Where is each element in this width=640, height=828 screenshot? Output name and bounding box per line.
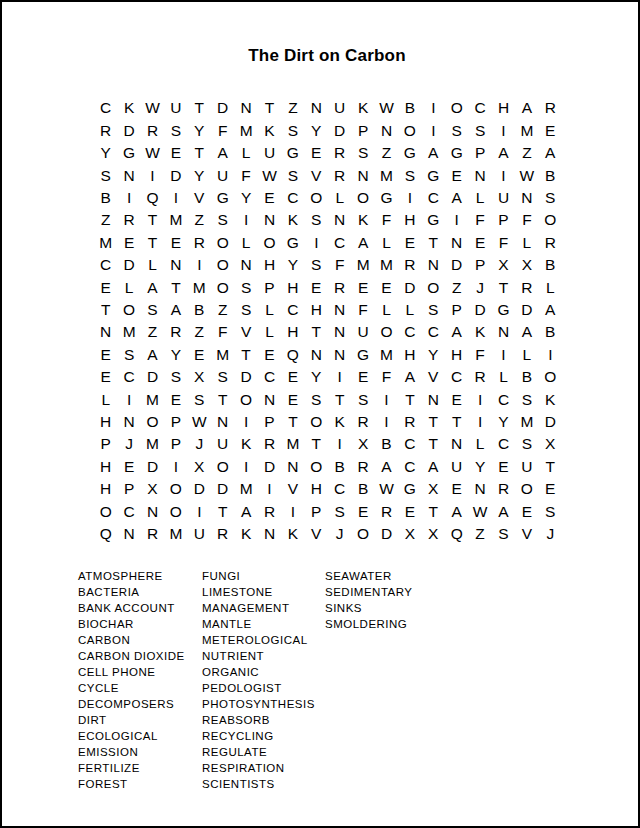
grid-cell-r3c8[interactable]: U xyxy=(258,142,281,164)
grid-cell-r14c3[interactable]: M xyxy=(141,388,164,410)
grid-cell-r19c3[interactable]: N xyxy=(141,500,164,522)
grid-cell-r11c17[interactable]: K xyxy=(468,321,491,343)
grid-cell-r8c1[interactable]: C xyxy=(94,254,117,276)
grid-cell-r9c18[interactable]: T xyxy=(492,276,515,298)
grid-cell-r10c5[interactable]: B xyxy=(188,299,211,321)
grid-cell-r7c14[interactable]: E xyxy=(398,231,421,253)
grid-cell-r14c10[interactable]: S xyxy=(305,388,328,410)
grid-cell-r4c2[interactable]: N xyxy=(117,164,140,186)
grid-cell-r1c4[interactable]: U xyxy=(164,97,187,119)
grid-cell-r20c19[interactable]: V xyxy=(515,523,538,545)
grid-cell-r17c5[interactable]: X xyxy=(188,455,211,477)
grid-cell-r9c10[interactable]: E xyxy=(305,276,328,298)
grid-cell-r17c18[interactable]: E xyxy=(492,455,515,477)
grid-cell-r10c19[interactable]: D xyxy=(515,299,538,321)
grid-cell-r2c11[interactable]: D xyxy=(328,119,351,141)
grid-cell-r11c13[interactable]: O xyxy=(375,321,398,343)
grid-cell-r5c8[interactable]: E xyxy=(258,187,281,209)
grid-cell-r13c8[interactable]: C xyxy=(258,366,281,388)
grid-cell-r18c1[interactable]: H xyxy=(94,478,117,500)
grid-cell-r3c5[interactable]: T xyxy=(188,142,211,164)
grid-cell-r6c2[interactable]: R xyxy=(117,209,140,231)
grid-cell-r9c5[interactable]: M xyxy=(188,276,211,298)
grid-cell-r12c1[interactable]: E xyxy=(94,343,117,365)
grid-cell-r6c14[interactable]: H xyxy=(398,209,421,231)
grid-cell-r11c14[interactable]: C xyxy=(398,321,421,343)
grid-cell-r10c14[interactable]: L xyxy=(398,299,421,321)
grid-cell-r5c20[interactable]: S xyxy=(539,187,562,209)
grid-cell-r16c19[interactable]: S xyxy=(515,433,538,455)
grid-cell-r10c9[interactable]: C xyxy=(281,299,304,321)
grid-cell-r17c13[interactable]: A xyxy=(375,455,398,477)
grid-cell-r5c19[interactable]: N xyxy=(515,187,538,209)
grid-cell-r3c6[interactable]: A xyxy=(211,142,234,164)
grid-cell-r16c7[interactable]: K xyxy=(234,433,257,455)
grid-cell-r14c17[interactable]: I xyxy=(468,388,491,410)
grid-cell-r19c15[interactable]: T xyxy=(422,500,445,522)
grid-cell-r12c19[interactable]: L xyxy=(515,343,538,365)
grid-cell-r4c5[interactable]: Y xyxy=(188,164,211,186)
grid-cell-r15c3[interactable]: O xyxy=(141,411,164,433)
grid-cell-r8c19[interactable]: X xyxy=(515,254,538,276)
grid-cell-r15c20[interactable]: D xyxy=(539,411,562,433)
grid-cell-r17c4[interactable]: I xyxy=(164,455,187,477)
grid-cell-r19c17[interactable]: W xyxy=(468,500,491,522)
grid-cell-r20c11[interactable]: J xyxy=(328,523,351,545)
grid-cell-r8c14[interactable]: R xyxy=(398,254,421,276)
grid-cell-r15c7[interactable]: I xyxy=(234,411,257,433)
grid-cell-r11c8[interactable]: L xyxy=(258,321,281,343)
grid-cell-r3c19[interactable]: Z xyxy=(515,142,538,164)
grid-cell-r17c3[interactable]: D xyxy=(141,455,164,477)
grid-cell-r6c17[interactable]: F xyxy=(468,209,491,231)
grid-cell-r2c18[interactable]: I xyxy=(492,119,515,141)
grid-cell-r11c15[interactable]: C xyxy=(422,321,445,343)
grid-cell-r14c5[interactable]: S xyxy=(188,388,211,410)
grid-cell-r16c10[interactable]: T xyxy=(305,433,328,455)
grid-cell-r10c11[interactable]: N xyxy=(328,299,351,321)
grid-cell-r6c15[interactable]: G xyxy=(422,209,445,231)
grid-cell-r19c20[interactable]: S xyxy=(539,500,562,522)
grid-cell-r8c9[interactable]: Y xyxy=(281,254,304,276)
grid-cell-r2c9[interactable]: S xyxy=(281,119,304,141)
grid-cell-r6c20[interactable]: O xyxy=(539,209,562,231)
grid-cell-r19c2[interactable]: C xyxy=(117,500,140,522)
grid-cell-r5c1[interactable]: B xyxy=(94,187,117,209)
grid-cell-r12c9[interactable]: Q xyxy=(281,343,304,365)
grid-cell-r18c19[interactable]: O xyxy=(515,478,538,500)
grid-cell-r7c16[interactable]: N xyxy=(445,231,468,253)
grid-cell-r14c20[interactable]: K xyxy=(539,388,562,410)
grid-cell-r6c13[interactable]: F xyxy=(375,209,398,231)
grid-cell-r19c14[interactable]: E xyxy=(398,500,421,522)
grid-cell-r7c20[interactable]: R xyxy=(539,231,562,253)
grid-cell-r13c2[interactable]: C xyxy=(117,366,140,388)
grid-cell-r6c5[interactable]: Z xyxy=(188,209,211,231)
grid-cell-r13c3[interactable]: D xyxy=(141,366,164,388)
grid-cell-r18c16[interactable]: E xyxy=(445,478,468,500)
grid-cell-r8c16[interactable]: D xyxy=(445,254,468,276)
grid-cell-r1c11[interactable]: U xyxy=(328,97,351,119)
grid-cell-r15c18[interactable]: Y xyxy=(492,411,515,433)
grid-cell-r6c12[interactable]: K xyxy=(351,209,374,231)
grid-cell-r13c1[interactable]: E xyxy=(94,366,117,388)
grid-cell-r1c8[interactable]: T xyxy=(258,97,281,119)
grid-cell-r7c10[interactable]: I xyxy=(305,231,328,253)
grid-cell-r1c12[interactable]: K xyxy=(351,97,374,119)
grid-cell-r5c15[interactable]: C xyxy=(422,187,445,209)
grid-cell-r6c7[interactable]: I xyxy=(234,209,257,231)
grid-cell-r15c4[interactable]: P xyxy=(164,411,187,433)
grid-cell-r6c8[interactable]: N xyxy=(258,209,281,231)
grid-cell-r12c5[interactable]: E xyxy=(188,343,211,365)
grid-cell-r1c15[interactable]: I xyxy=(422,97,445,119)
grid-cell-r13c18[interactable]: L xyxy=(492,366,515,388)
grid-cell-r17c8[interactable]: D xyxy=(258,455,281,477)
grid-cell-r15c9[interactable]: T xyxy=(281,411,304,433)
grid-cell-r10c2[interactable]: O xyxy=(117,299,140,321)
grid-cell-r4c6[interactable]: U xyxy=(211,164,234,186)
grid-cell-r20c15[interactable]: X xyxy=(422,523,445,545)
grid-cell-r11c5[interactable]: Z xyxy=(188,321,211,343)
grid-cell-r6c3[interactable]: T xyxy=(141,209,164,231)
grid-cell-r1c18[interactable]: H xyxy=(492,97,515,119)
grid-cell-r19c19[interactable]: E xyxy=(515,500,538,522)
grid-cell-r10c1[interactable]: T xyxy=(94,299,117,321)
grid-cell-r6c19[interactable]: F xyxy=(515,209,538,231)
grid-cell-r20c4[interactable]: M xyxy=(164,523,187,545)
grid-cell-r17c10[interactable]: O xyxy=(305,455,328,477)
grid-cell-r15c5[interactable]: W xyxy=(188,411,211,433)
grid-cell-r12c10[interactable]: N xyxy=(305,343,328,365)
grid-cell-r8c12[interactable]: M xyxy=(351,254,374,276)
grid-cell-r9c17[interactable]: J xyxy=(468,276,491,298)
grid-cell-r6c9[interactable]: K xyxy=(281,209,304,231)
grid-cell-r9c15[interactable]: O xyxy=(422,276,445,298)
grid-cell-r8c15[interactable]: N xyxy=(422,254,445,276)
grid-cell-r9c14[interactable]: D xyxy=(398,276,421,298)
grid-cell-r15c12[interactable]: R xyxy=(351,411,374,433)
grid-cell-r14c13[interactable]: I xyxy=(375,388,398,410)
grid-cell-r15c6[interactable]: N xyxy=(211,411,234,433)
grid-cell-r5c7[interactable]: Y xyxy=(234,187,257,209)
grid-cell-r2c3[interactable]: R xyxy=(141,119,164,141)
grid-cell-r6c6[interactable]: S xyxy=(211,209,234,231)
grid-cell-r15c2[interactable]: N xyxy=(117,411,140,433)
grid-cell-r6c10[interactable]: S xyxy=(305,209,328,231)
grid-cell-r11c6[interactable]: F xyxy=(211,321,234,343)
grid-cell-r14c1[interactable]: L xyxy=(94,388,117,410)
grid-cell-r7c2[interactable]: E xyxy=(117,231,140,253)
grid-cell-r16c14[interactable]: C xyxy=(398,433,421,455)
grid-cell-r20c6[interactable]: R xyxy=(211,523,234,545)
grid-cell-r9c6[interactable]: O xyxy=(211,276,234,298)
grid-cell-r10c6[interactable]: Z xyxy=(211,299,234,321)
grid-cell-r6c1[interactable]: Z xyxy=(94,209,117,231)
grid-cell-r3c14[interactable]: G xyxy=(398,142,421,164)
grid-cell-r2c15[interactable]: I xyxy=(422,119,445,141)
grid-cell-r10c4[interactable]: A xyxy=(164,299,187,321)
grid-cell-r12c7[interactable]: T xyxy=(234,343,257,365)
grid-cell-r16c6[interactable]: U xyxy=(211,433,234,455)
grid-cell-r14c12[interactable]: S xyxy=(351,388,374,410)
grid-cell-r19c13[interactable]: R xyxy=(375,500,398,522)
grid-cell-r11c9[interactable]: H xyxy=(281,321,304,343)
grid-cell-r5c13[interactable]: G xyxy=(375,187,398,209)
grid-cell-r1c5[interactable]: T xyxy=(188,97,211,119)
grid-cell-r9c20[interactable]: L xyxy=(539,276,562,298)
grid-cell-r16c8[interactable]: R xyxy=(258,433,281,455)
grid-cell-r3c15[interactable]: A xyxy=(422,142,445,164)
grid-cell-r3c12[interactable]: S xyxy=(351,142,374,164)
grid-cell-r8c8[interactable]: H xyxy=(258,254,281,276)
grid-cell-r14c8[interactable]: N xyxy=(258,388,281,410)
grid-cell-r18c3[interactable]: X xyxy=(141,478,164,500)
grid-cell-r15c14[interactable]: R xyxy=(398,411,421,433)
grid-cell-r5c16[interactable]: A xyxy=(445,187,468,209)
grid-cell-r7c12[interactable]: A xyxy=(351,231,374,253)
grid-cell-r7c8[interactable]: O xyxy=(258,231,281,253)
grid-cell-r7c17[interactable]: E xyxy=(468,231,491,253)
grid-cell-r7c11[interactable]: C xyxy=(328,231,351,253)
grid-cell-r20c18[interactable]: S xyxy=(492,523,515,545)
grid-cell-r4c4[interactable]: D xyxy=(164,164,187,186)
grid-cell-r19c7[interactable]: A xyxy=(234,500,257,522)
grid-cell-r11c1[interactable]: N xyxy=(94,321,117,343)
grid-cell-r5c9[interactable]: C xyxy=(281,187,304,209)
grid-cell-r16c13[interactable]: B xyxy=(375,433,398,455)
grid-cell-r7c9[interactable]: G xyxy=(281,231,304,253)
grid-cell-r16c16[interactable]: N xyxy=(445,433,468,455)
grid-cell-r19c16[interactable]: A xyxy=(445,500,468,522)
grid-cell-r17c14[interactable]: C xyxy=(398,455,421,477)
grid-cell-r13c9[interactable]: E xyxy=(281,366,304,388)
grid-cell-r9c13[interactable]: E xyxy=(375,276,398,298)
grid-cell-r15c1[interactable]: H xyxy=(94,411,117,433)
grid-cell-r11c18[interactable]: N xyxy=(492,321,515,343)
grid-cell-r9c19[interactable]: R xyxy=(515,276,538,298)
grid-cell-r7c7[interactable]: L xyxy=(234,231,257,253)
grid-cell-r9c7[interactable]: S xyxy=(234,276,257,298)
grid-cell-r15c17[interactable]: I xyxy=(468,411,491,433)
grid-cell-r12c6[interactable]: M xyxy=(211,343,234,365)
grid-cell-r3c7[interactable]: L xyxy=(234,142,257,164)
grid-cell-r18c14[interactable]: G xyxy=(398,478,421,500)
grid-cell-r12c20[interactable]: I xyxy=(539,343,562,365)
grid-cell-r10c18[interactable]: G xyxy=(492,299,515,321)
grid-cell-r7c13[interactable]: L xyxy=(375,231,398,253)
grid-cell-r9c8[interactable]: P xyxy=(258,276,281,298)
grid-cell-r13c13[interactable]: F xyxy=(375,366,398,388)
grid-cell-r18c12[interactable]: B xyxy=(351,478,374,500)
grid-cell-r10c13[interactable]: L xyxy=(375,299,398,321)
grid-cell-r12c17[interactable]: F xyxy=(468,343,491,365)
grid-cell-r18c20[interactable]: E xyxy=(539,478,562,500)
grid-cell-r12c14[interactable]: H xyxy=(398,343,421,365)
grid-cell-r15c10[interactable]: O xyxy=(305,411,328,433)
grid-cell-r1c14[interactable]: B xyxy=(398,97,421,119)
grid-cell-r4c8[interactable]: W xyxy=(258,164,281,186)
grid-cell-r14c14[interactable]: T xyxy=(398,388,421,410)
grid-cell-r4c15[interactable]: G xyxy=(422,164,445,186)
grid-cell-r18c10[interactable]: H xyxy=(305,478,328,500)
grid-cell-r19c18[interactable]: A xyxy=(492,500,515,522)
grid-cell-r20c2[interactable]: N xyxy=(117,523,140,545)
grid-cell-r13c6[interactable]: S xyxy=(211,366,234,388)
grid-cell-r5c10[interactable]: O xyxy=(305,187,328,209)
grid-cell-r15c15[interactable]: T xyxy=(422,411,445,433)
grid-cell-r3c18[interactable]: A xyxy=(492,142,515,164)
grid-cell-r8c17[interactable]: P xyxy=(468,254,491,276)
grid-cell-r10c12[interactable]: F xyxy=(351,299,374,321)
grid-cell-r6c11[interactable]: N xyxy=(328,209,351,231)
grid-cell-r7c3[interactable]: T xyxy=(141,231,164,253)
grid-cell-r19c10[interactable]: P xyxy=(305,500,328,522)
grid-cell-r17c12[interactable]: R xyxy=(351,455,374,477)
grid-cell-r3c9[interactable]: G xyxy=(281,142,304,164)
grid-cell-r19c8[interactable]: R xyxy=(258,500,281,522)
grid-cell-r16c2[interactable]: J xyxy=(117,433,140,455)
grid-cell-r1c20[interactable]: R xyxy=(539,97,562,119)
grid-cell-r20c17[interactable]: Z xyxy=(468,523,491,545)
grid-cell-r12c13[interactable]: M xyxy=(375,343,398,365)
grid-cell-r20c3[interactable]: R xyxy=(141,523,164,545)
grid-cell-r13c4[interactable]: S xyxy=(164,366,187,388)
grid-cell-r9c1[interactable]: E xyxy=(94,276,117,298)
grid-cell-r20c14[interactable]: X xyxy=(398,523,421,545)
grid-cell-r19c6[interactable]: T xyxy=(211,500,234,522)
grid-cell-r13c5[interactable]: X xyxy=(188,366,211,388)
grid-cell-r5c4[interactable]: I xyxy=(164,187,187,209)
grid-cell-r1c3[interactable]: W xyxy=(141,97,164,119)
grid-cell-r14c2[interactable]: I xyxy=(117,388,140,410)
grid-cell-r7c5[interactable]: R xyxy=(188,231,211,253)
grid-cell-r5c6[interactable]: G xyxy=(211,187,234,209)
grid-cell-r18c9[interactable]: V xyxy=(281,478,304,500)
grid-cell-r2c2[interactable]: D xyxy=(117,119,140,141)
grid-cell-r4c9[interactable]: S xyxy=(281,164,304,186)
grid-cell-r1c13[interactable]: W xyxy=(375,97,398,119)
grid-cell-r13c12[interactable]: E xyxy=(351,366,374,388)
grid-cell-r1c7[interactable]: N xyxy=(234,97,257,119)
grid-cell-r18c15[interactable]: X xyxy=(422,478,445,500)
grid-cell-r16c4[interactable]: P xyxy=(164,433,187,455)
grid-cell-r19c9[interactable]: I xyxy=(281,500,304,522)
grid-cell-r8c11[interactable]: F xyxy=(328,254,351,276)
grid-cell-r18c6[interactable]: D xyxy=(211,478,234,500)
grid-cell-r4c3[interactable]: I xyxy=(141,164,164,186)
grid-cell-r5c3[interactable]: Q xyxy=(141,187,164,209)
grid-cell-r20c10[interactable]: V xyxy=(305,523,328,545)
grid-cell-r4c13[interactable]: M xyxy=(375,164,398,186)
grid-cell-r3c10[interactable]: E xyxy=(305,142,328,164)
grid-cell-r2c7[interactable]: M xyxy=(234,119,257,141)
grid-cell-r2c12[interactable]: P xyxy=(351,119,374,141)
grid-cell-r4c20[interactable]: B xyxy=(539,164,562,186)
grid-cell-r4c17[interactable]: N xyxy=(468,164,491,186)
grid-cell-r8c10[interactable]: S xyxy=(305,254,328,276)
grid-cell-r4c7[interactable]: F xyxy=(234,164,257,186)
grid-cell-r11c11[interactable]: N xyxy=(328,321,351,343)
grid-cell-r2c20[interactable]: E xyxy=(539,119,562,141)
grid-cell-r20c8[interactable]: N xyxy=(258,523,281,545)
grid-cell-r8c18[interactable]: X xyxy=(492,254,515,276)
grid-cell-r1c9[interactable]: Z xyxy=(281,97,304,119)
grid-cell-r15c16[interactable]: T xyxy=(445,411,468,433)
grid-cell-r17c16[interactable]: U xyxy=(445,455,468,477)
grid-cell-r4c12[interactable]: N xyxy=(351,164,374,186)
grid-cell-r20c1[interactable]: Q xyxy=(94,523,117,545)
grid-cell-r17c2[interactable]: E xyxy=(117,455,140,477)
grid-cell-r4c10[interactable]: V xyxy=(305,164,328,186)
grid-cell-r18c5[interactable]: D xyxy=(188,478,211,500)
grid-cell-r7c1[interactable]: M xyxy=(94,231,117,253)
grid-cell-r20c16[interactable]: Q xyxy=(445,523,468,545)
grid-cell-r8c20[interactable]: B xyxy=(539,254,562,276)
grid-cell-r16c20[interactable]: X xyxy=(539,433,562,455)
grid-cell-r9c12[interactable]: E xyxy=(351,276,374,298)
grid-cell-r14c4[interactable]: E xyxy=(164,388,187,410)
grid-cell-r12c3[interactable]: A xyxy=(141,343,164,365)
grid-cell-r4c1[interactable]: S xyxy=(94,164,117,186)
grid-cell-r17c9[interactable]: N xyxy=(281,455,304,477)
grid-cell-r17c6[interactable]: O xyxy=(211,455,234,477)
grid-cell-r1c2[interactable]: K xyxy=(117,97,140,119)
grid-cell-r16c18[interactable]: C xyxy=(492,433,515,455)
grid-cell-r14c7[interactable]: O xyxy=(234,388,257,410)
grid-cell-r12c16[interactable]: H xyxy=(445,343,468,365)
grid-cell-r16c11[interactable]: I xyxy=(328,433,351,455)
grid-cell-r12c8[interactable]: E xyxy=(258,343,281,365)
grid-cell-r14c9[interactable]: E xyxy=(281,388,304,410)
grid-cell-r17c19[interactable]: U xyxy=(515,455,538,477)
grid-cell-r10c8[interactable]: L xyxy=(258,299,281,321)
grid-cell-r9c2[interactable]: L xyxy=(117,276,140,298)
grid-cell-r4c18[interactable]: I xyxy=(492,164,515,186)
grid-cell-r11c10[interactable]: T xyxy=(305,321,328,343)
grid-cell-r11c7[interactable]: V xyxy=(234,321,257,343)
grid-cell-r16c5[interactable]: J xyxy=(188,433,211,455)
grid-cell-r19c12[interactable]: E xyxy=(351,500,374,522)
grid-cell-r19c5[interactable]: I xyxy=(188,500,211,522)
grid-cell-r8c5[interactable]: I xyxy=(188,254,211,276)
grid-cell-r16c17[interactable]: L xyxy=(468,433,491,455)
grid-cell-r7c19[interactable]: L xyxy=(515,231,538,253)
grid-cell-r9c9[interactable]: H xyxy=(281,276,304,298)
grid-cell-r7c6[interactable]: O xyxy=(211,231,234,253)
grid-cell-r10c16[interactable]: P xyxy=(445,299,468,321)
grid-cell-r16c9[interactable]: M xyxy=(281,433,304,455)
grid-cell-r12c12[interactable]: G xyxy=(351,343,374,365)
grid-cell-r9c3[interactable]: A xyxy=(141,276,164,298)
grid-cell-r8c6[interactable]: O xyxy=(211,254,234,276)
grid-cell-r12c15[interactable]: Y xyxy=(422,343,445,365)
grid-cell-r10c15[interactable]: S xyxy=(422,299,445,321)
grid-cell-r6c16[interactable]: I xyxy=(445,209,468,231)
grid-cell-r13c20[interactable]: O xyxy=(539,366,562,388)
grid-cell-r5c14[interactable]: I xyxy=(398,187,421,209)
grid-cell-r3c3[interactable]: W xyxy=(141,142,164,164)
grid-cell-r5c5[interactable]: V xyxy=(188,187,211,209)
grid-cell-r2c4[interactable]: S xyxy=(164,119,187,141)
grid-cell-r10c17[interactable]: D xyxy=(468,299,491,321)
grid-cell-r17c20[interactable]: T xyxy=(539,455,562,477)
grid-cell-r2c5[interactable]: Y xyxy=(188,119,211,141)
grid-cell-r11c16[interactable]: A xyxy=(445,321,468,343)
grid-cell-r10c3[interactable]: S xyxy=(141,299,164,321)
grid-cell-r2c1[interactable]: R xyxy=(94,119,117,141)
grid-cell-r12c2[interactable]: S xyxy=(117,343,140,365)
